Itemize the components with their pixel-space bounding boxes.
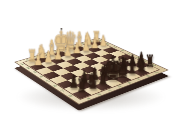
white-pawn: ♟ [34, 52, 43, 68]
white-pawn: ♟ [44, 49, 53, 65]
white-pawn: ♟ [73, 41, 81, 56]
black-rook: ♜ [76, 77, 87, 96]
white-pawn: ♟ [91, 36, 99, 51]
white-pawn: ♟ [82, 39, 90, 54]
white-pawn: ♟ [63, 44, 72, 59]
white-pawn: ♟ [54, 46, 63, 62]
white-pawn: ♟ [99, 34, 107, 49]
product-photo: abcdefgh abcdefgh 12345678 12345678 ♜♞♝♚… [0, 0, 180, 124]
black-knight: ♞ [86, 70, 98, 92]
